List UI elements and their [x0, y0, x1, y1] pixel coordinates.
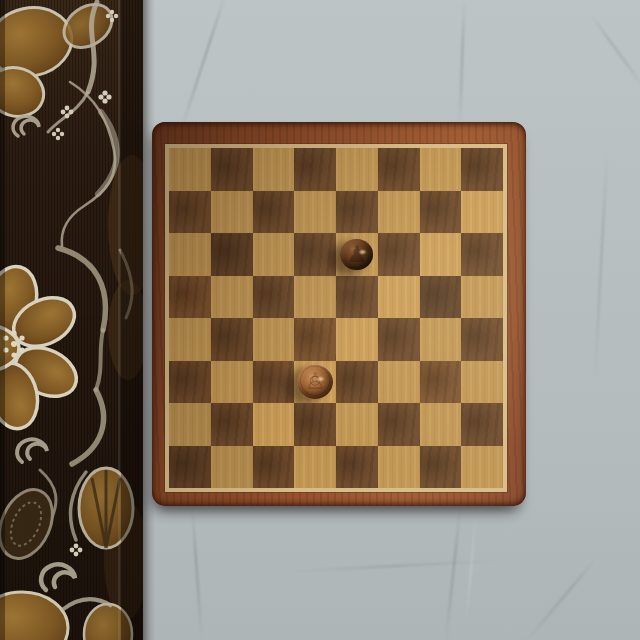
- square-a7[interactable]: [169, 191, 211, 234]
- square-e1[interactable]: [336, 446, 378, 489]
- square-b4[interactable]: [211, 318, 253, 361]
- square-c7[interactable]: [253, 191, 295, 234]
- square-c6[interactable]: [253, 233, 295, 276]
- square-e6[interactable]: ♟: [336, 233, 378, 276]
- curtain-fabric: [0, 0, 143, 640]
- cloth-crease: [290, 560, 500, 573]
- square-h6[interactable]: [461, 233, 503, 276]
- scene: ♟♙: [0, 0, 640, 640]
- square-a3[interactable]: [169, 361, 211, 404]
- cloth-crease: [179, 0, 227, 135]
- cloth-crease: [525, 557, 597, 640]
- square-c5[interactable]: [253, 276, 295, 319]
- cloth-crease: [594, 150, 608, 380]
- square-c1[interactable]: [253, 446, 295, 489]
- square-d4[interactable]: [294, 318, 336, 361]
- black-pawn-glyph: ♟: [340, 239, 373, 270]
- square-h8[interactable]: [461, 148, 503, 191]
- square-f6[interactable]: [378, 233, 420, 276]
- square-e3[interactable]: [336, 361, 378, 404]
- white-pawn-glyph: ♙: [297, 365, 333, 399]
- black-pawn-e6[interactable]: ♟: [340, 239, 373, 270]
- square-g8[interactable]: [420, 148, 462, 191]
- white-pawn-d3[interactable]: ♙: [297, 365, 333, 399]
- square-d1[interactable]: [294, 446, 336, 489]
- square-e2[interactable]: [336, 403, 378, 446]
- square-g4[interactable]: [420, 318, 462, 361]
- square-d8[interactable]: [294, 148, 336, 191]
- chess-board: ♟♙: [152, 122, 526, 506]
- square-b1[interactable]: [211, 446, 253, 489]
- square-b5[interactable]: [211, 276, 253, 319]
- square-b8[interactable]: [211, 148, 253, 191]
- cloth-crease: [445, 505, 462, 640]
- brocade-pattern: [0, 0, 143, 640]
- square-g6[interactable]: [420, 233, 462, 276]
- board-grid: ♟♙: [169, 148, 503, 488]
- square-h4[interactable]: [461, 318, 503, 361]
- square-g2[interactable]: [420, 403, 462, 446]
- square-a5[interactable]: [169, 276, 211, 319]
- border-inlay: ♟♙: [165, 144, 507, 492]
- square-f4[interactable]: [378, 318, 420, 361]
- square-h7[interactable]: [461, 191, 503, 234]
- square-f5[interactable]: [378, 276, 420, 319]
- square-c2[interactable]: [253, 403, 295, 446]
- square-e4[interactable]: [336, 318, 378, 361]
- square-d7[interactable]: [294, 191, 336, 234]
- square-e7[interactable]: [336, 191, 378, 234]
- square-h2[interactable]: [461, 403, 503, 446]
- square-g1[interactable]: [420, 446, 462, 489]
- square-g5[interactable]: [420, 276, 462, 319]
- cloth-crease: [590, 14, 640, 90]
- square-g7[interactable]: [420, 191, 462, 234]
- square-f8[interactable]: [378, 148, 420, 191]
- cloth-crease-highlight: [465, 510, 477, 630]
- square-b6[interactable]: [211, 233, 253, 276]
- square-e5[interactable]: [336, 276, 378, 319]
- square-d3[interactable]: ♙: [294, 361, 336, 404]
- square-a8[interactable]: [169, 148, 211, 191]
- square-d2[interactable]: [294, 403, 336, 446]
- cloth-crease: [459, 0, 465, 128]
- square-f7[interactable]: [378, 191, 420, 234]
- square-f1[interactable]: [378, 446, 420, 489]
- square-a2[interactable]: [169, 403, 211, 446]
- square-g3[interactable]: [420, 361, 462, 404]
- square-a1[interactable]: [169, 446, 211, 489]
- square-d6[interactable]: [294, 233, 336, 276]
- square-c8[interactable]: [253, 148, 295, 191]
- square-a6[interactable]: [169, 233, 211, 276]
- square-c3[interactable]: [253, 361, 295, 404]
- square-f2[interactable]: [378, 403, 420, 446]
- square-f3[interactable]: [378, 361, 420, 404]
- square-b2[interactable]: [211, 403, 253, 446]
- square-h3[interactable]: [461, 361, 503, 404]
- square-c4[interactable]: [253, 318, 295, 361]
- square-b7[interactable]: [211, 191, 253, 234]
- cloth-crease: [191, 508, 202, 640]
- square-b3[interactable]: [211, 361, 253, 404]
- square-e8[interactable]: [336, 148, 378, 191]
- square-h5[interactable]: [461, 276, 503, 319]
- square-h1[interactable]: [461, 446, 503, 489]
- square-a4[interactable]: [169, 318, 211, 361]
- square-d5[interactable]: [294, 276, 336, 319]
